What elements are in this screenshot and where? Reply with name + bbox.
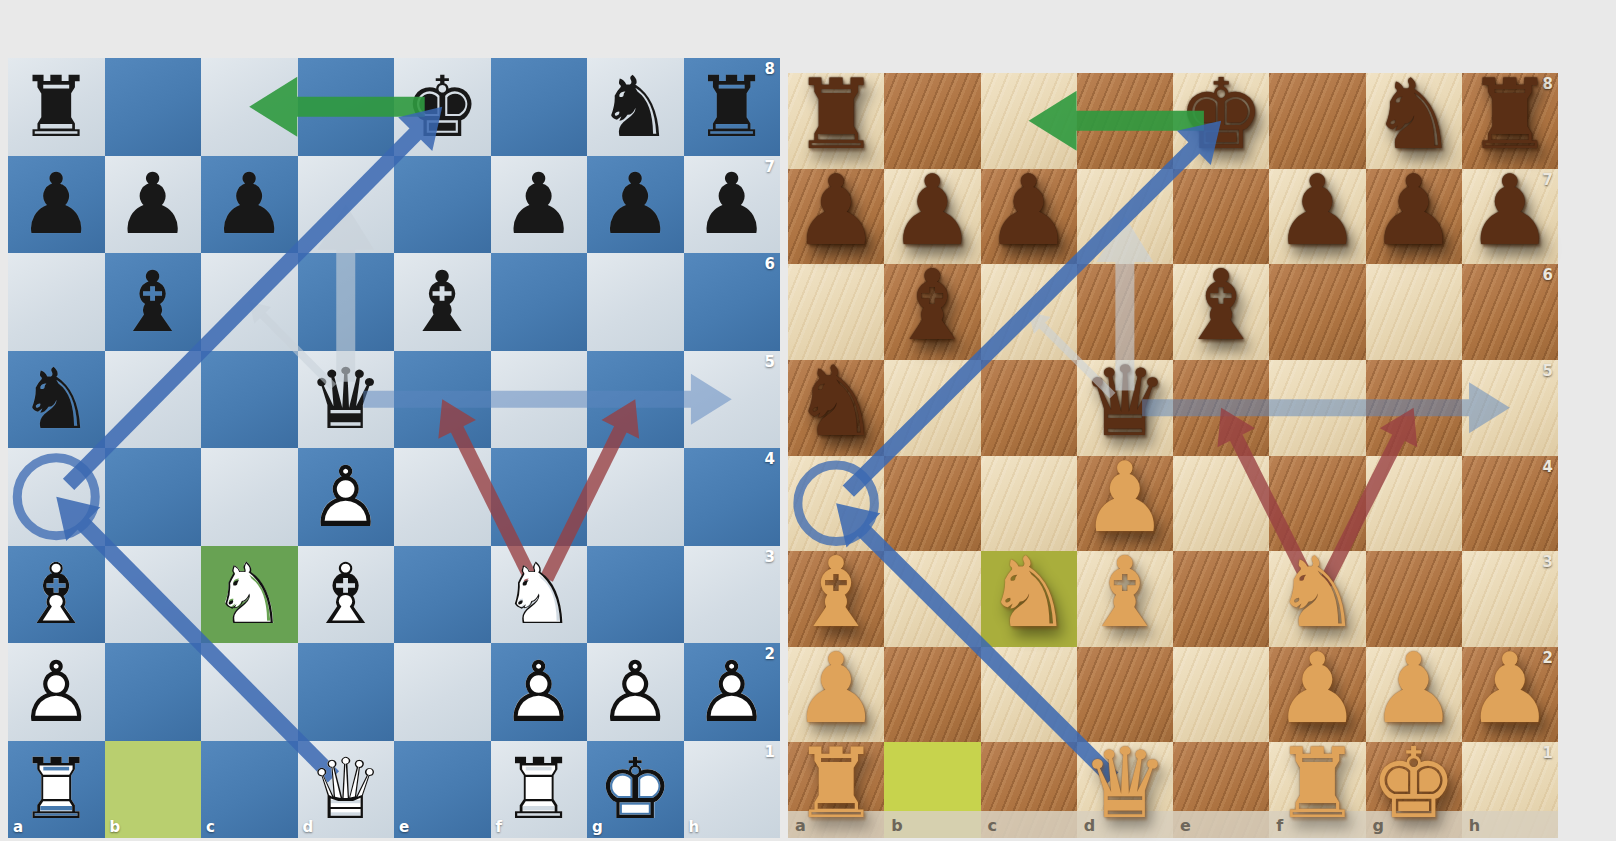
left-piece-bP-c7[interactable]: ♟ bbox=[201, 156, 298, 254]
left-square-c2[interactable] bbox=[201, 643, 298, 741]
left-rank-label-4: 4 bbox=[765, 452, 775, 467]
right-square-c5[interactable] bbox=[981, 360, 1077, 456]
right-square-b4[interactable] bbox=[884, 456, 980, 552]
left-square-e5[interactable] bbox=[394, 351, 491, 449]
left-file-label-e: e bbox=[399, 820, 409, 835]
left-square-c4[interactable] bbox=[201, 448, 298, 546]
right-piece-wR-f1[interactable]: ♜ bbox=[1269, 735, 1365, 831]
piece-fill: ♟ bbox=[694, 162, 769, 246]
piece-outline: ♙ bbox=[598, 650, 673, 734]
left-file-label-c: c bbox=[206, 820, 215, 835]
left-piece-bB-e6[interactable]: ♝ bbox=[394, 253, 491, 351]
right-piece-wK-g1[interactable]: ♚ bbox=[1366, 735, 1462, 831]
left-square-c5[interactable] bbox=[201, 351, 298, 449]
piece-fill: ♛ bbox=[308, 357, 383, 441]
right-piece-wP-a2[interactable]: ♟ bbox=[788, 640, 884, 736]
piece-glyph: ♟ bbox=[1370, 162, 1457, 259]
right-file-label-c: c bbox=[988, 818, 997, 834]
left-square-g4[interactable] bbox=[587, 448, 684, 546]
piece-outline: ♙ bbox=[308, 455, 383, 539]
piece-glyph: ♟ bbox=[793, 162, 880, 259]
right-piece-wB-a3[interactable]: ♝ bbox=[788, 544, 884, 640]
left-square-b8[interactable] bbox=[105, 58, 202, 156]
left-square-h1[interactable]: 1h bbox=[684, 741, 781, 839]
right-square-e3[interactable] bbox=[1173, 551, 1269, 647]
left-piece-wB-d3[interactable]: ♝♗ bbox=[298, 546, 395, 644]
left-square-d8[interactable] bbox=[298, 58, 395, 156]
right-piece-wP-h2[interactable]: ♟ bbox=[1462, 640, 1558, 736]
left-piece-bP-g7[interactable]: ♟ bbox=[587, 156, 684, 254]
left-square-c8[interactable] bbox=[201, 58, 298, 156]
left-square-e2[interactable] bbox=[394, 643, 491, 741]
left-square-f4[interactable] bbox=[491, 448, 588, 546]
right-square-g5[interactable] bbox=[1366, 360, 1462, 456]
right-rank-label-4: 4 bbox=[1543, 460, 1553, 475]
piece-glyph: ♝ bbox=[1178, 257, 1265, 354]
piece-glyph: ♝ bbox=[793, 544, 880, 641]
left-square-h5[interactable]: 5 bbox=[684, 351, 781, 449]
piece-fill: ♟ bbox=[19, 162, 94, 246]
piece-fill: ♟ bbox=[115, 162, 190, 246]
piece-outline: ♙ bbox=[694, 650, 769, 734]
right-file-label-b: b bbox=[891, 818, 902, 834]
right-square-d7[interactable] bbox=[1077, 169, 1173, 265]
left-square-h3[interactable]: 3 bbox=[684, 546, 781, 644]
left-square-f5[interactable] bbox=[491, 351, 588, 449]
piece-glyph: ♟ bbox=[1466, 640, 1553, 737]
left-square-f6[interactable] bbox=[491, 253, 588, 351]
right-square-c6[interactable] bbox=[981, 264, 1077, 360]
left-square-a4[interactable] bbox=[8, 448, 105, 546]
piece-fill: ♚ bbox=[405, 65, 480, 149]
right-square-e4[interactable] bbox=[1173, 456, 1269, 552]
right-piece-bP-c7[interactable]: ♟ bbox=[981, 162, 1077, 258]
piece-glyph: ♞ bbox=[1274, 544, 1361, 641]
piece-glyph: ♟ bbox=[985, 162, 1072, 259]
piece-fill: ♜ bbox=[694, 65, 769, 149]
left-square-d7[interactable] bbox=[298, 156, 395, 254]
right-rank-label-6: 6 bbox=[1543, 268, 1553, 283]
piece-glyph: ♜ bbox=[793, 735, 880, 832]
piece-glyph: ♜ bbox=[1274, 735, 1361, 832]
right-square-g4[interactable] bbox=[1366, 456, 1462, 552]
left-piece-bP-f7[interactable]: ♟ bbox=[491, 156, 588, 254]
left-piece-wR-a1[interactable]: ♜♖ bbox=[8, 741, 105, 839]
right-square-e2[interactable] bbox=[1173, 647, 1269, 743]
right-file-label-h: h bbox=[1469, 818, 1480, 834]
right-piece-wQ-d1[interactable]: ♛ bbox=[1077, 735, 1173, 831]
right-piece-bP-g7[interactable]: ♟ bbox=[1366, 162, 1462, 258]
left-square-e1[interactable]: e bbox=[394, 741, 491, 839]
piece-glyph: ♟ bbox=[1370, 640, 1457, 737]
right-piece-bR-a8[interactable]: ♜ bbox=[788, 66, 884, 162]
left-piece-bP-h7[interactable]: ♟ bbox=[684, 156, 781, 254]
left-square-b2[interactable] bbox=[105, 643, 202, 741]
right-piece-wB-d3[interactable]: ♝ bbox=[1077, 544, 1173, 640]
left-square-a6[interactable] bbox=[8, 253, 105, 351]
left-square-g5[interactable] bbox=[587, 351, 684, 449]
right-square-h5[interactable]: 5 bbox=[1462, 360, 1558, 456]
right-square-d8[interactable] bbox=[1077, 73, 1173, 169]
left-piece-wN-c3[interactable]: ♞♘ bbox=[201, 546, 298, 644]
piece-outline: ♙ bbox=[501, 650, 576, 734]
right-piece-bP-h7[interactable]: ♟ bbox=[1462, 162, 1558, 258]
piece-outline: ♗ bbox=[308, 552, 383, 636]
right-square-e5[interactable] bbox=[1173, 360, 1269, 456]
piece-outline: ♔ bbox=[598, 747, 673, 831]
left-square-e4[interactable] bbox=[394, 448, 491, 546]
left-square-c6[interactable] bbox=[201, 253, 298, 351]
piece-outline: ♘ bbox=[212, 552, 287, 636]
piece-glyph: ♟ bbox=[1274, 162, 1361, 259]
left-square-b1[interactable]: b bbox=[105, 741, 202, 839]
left-square-d6[interactable] bbox=[298, 253, 395, 351]
piece-fill: ♟ bbox=[598, 162, 673, 246]
right-rank-label-3: 3 bbox=[1543, 555, 1553, 570]
left-square-b5[interactable] bbox=[105, 351, 202, 449]
left-rank-label-5: 5 bbox=[765, 355, 775, 370]
page: { "game": "chess", "description": "Same … bbox=[0, 0, 1616, 841]
piece-glyph: ♚ bbox=[1178, 66, 1265, 163]
piece-fill: ♜ bbox=[19, 65, 94, 149]
piece-outline: ♕ bbox=[308, 747, 383, 831]
left-square-g6[interactable] bbox=[587, 253, 684, 351]
right-square-f5[interactable] bbox=[1269, 360, 1365, 456]
left-board: 8765432abcdefg1h♜♚♞♜♟♟♟♟♟♟♝♝♞♛♟♙♝♗♞♘♝♗♞♘… bbox=[8, 58, 780, 838]
left-piece-bB-b6[interactable]: ♝ bbox=[105, 253, 202, 351]
right-rank-label-1: 1 bbox=[1543, 746, 1553, 761]
right-square-h4[interactable]: 4 bbox=[1462, 456, 1558, 552]
piece-fill: ♞ bbox=[598, 65, 673, 149]
left-square-e3[interactable] bbox=[394, 546, 491, 644]
piece-glyph: ♜ bbox=[1466, 66, 1553, 163]
right-piece-bP-f7[interactable]: ♟ bbox=[1269, 162, 1365, 258]
left-square-d2[interactable] bbox=[298, 643, 395, 741]
left-rank-label-6: 6 bbox=[765, 257, 775, 272]
right-piece-wP-g2[interactable]: ♟ bbox=[1366, 640, 1462, 736]
left-square-b3[interactable] bbox=[105, 546, 202, 644]
right-piece-bQ-d5[interactable]: ♛ bbox=[1077, 353, 1173, 449]
right-piece-bB-e6[interactable]: ♝ bbox=[1173, 257, 1269, 353]
piece-fill: ♝ bbox=[405, 260, 480, 344]
piece-glyph: ♝ bbox=[1081, 544, 1168, 641]
piece-fill: ♟ bbox=[212, 162, 287, 246]
left-piece-wP-d4[interactable]: ♟♙ bbox=[298, 448, 395, 546]
piece-outline: ♖ bbox=[501, 747, 576, 831]
left-piece-bP-b7[interactable]: ♟ bbox=[105, 156, 202, 254]
left-piece-bK-e8[interactable]: ♚ bbox=[394, 58, 491, 156]
left-piece-wK-g1[interactable]: ♚♔ bbox=[587, 741, 684, 839]
piece-outline: ♘ bbox=[501, 552, 576, 636]
piece-fill: ♞ bbox=[19, 357, 94, 441]
left-piece-bR-h8[interactable]: ♜ bbox=[684, 58, 781, 156]
right-piece-wP-d4[interactable]: ♟ bbox=[1077, 449, 1173, 545]
left-square-h4[interactable]: 4 bbox=[684, 448, 781, 546]
left-square-g3[interactable] bbox=[587, 546, 684, 644]
piece-glyph: ♛ bbox=[1081, 735, 1168, 832]
right-file-label-e: e bbox=[1180, 818, 1191, 834]
piece-glyph: ♞ bbox=[985, 544, 1072, 641]
left-piece-bN-g8[interactable]: ♞ bbox=[587, 58, 684, 156]
piece-glyph: ♟ bbox=[1274, 640, 1361, 737]
piece-fill: ♝ bbox=[115, 260, 190, 344]
left-piece-wP-g2[interactable]: ♟♙ bbox=[587, 643, 684, 741]
piece-glyph: ♜ bbox=[793, 66, 880, 163]
piece-glyph: ♛ bbox=[1081, 353, 1168, 450]
right-piece-bK-e8[interactable]: ♚ bbox=[1173, 66, 1269, 162]
left-piece-wB-a3[interactable]: ♝♗ bbox=[8, 546, 105, 644]
left-piece-bP-a7[interactable]: ♟ bbox=[8, 156, 105, 254]
right-square-b2[interactable] bbox=[884, 647, 980, 743]
left-piece-wP-a2[interactable]: ♟♙ bbox=[8, 643, 105, 741]
piece-outline: ♖ bbox=[19, 747, 94, 831]
left-piece-wP-h2[interactable]: ♟♙ bbox=[684, 643, 781, 741]
right-piece-wP-f2[interactable]: ♟ bbox=[1269, 640, 1365, 736]
right-square-b5[interactable] bbox=[884, 360, 980, 456]
left-piece-wP-f2[interactable]: ♟♙ bbox=[491, 643, 588, 741]
piece-fill: ♟ bbox=[501, 162, 576, 246]
piece-outline: ♗ bbox=[19, 552, 94, 636]
right-piece-wN-f3[interactable]: ♞ bbox=[1269, 544, 1365, 640]
left-square-b4[interactable] bbox=[105, 448, 202, 546]
right-square-h6[interactable]: 6 bbox=[1462, 264, 1558, 360]
right-piece-bB-b6[interactable]: ♝ bbox=[884, 257, 980, 353]
piece-glyph: ♟ bbox=[1466, 162, 1553, 259]
left-square-f8[interactable] bbox=[491, 58, 588, 156]
left-square-h6[interactable]: 6 bbox=[684, 253, 781, 351]
piece-glyph: ♟ bbox=[889, 162, 976, 259]
right-piece-bP-b7[interactable]: ♟ bbox=[884, 162, 980, 258]
left-piece-wR-f1[interactable]: ♜♖ bbox=[491, 741, 588, 839]
left-file-label-h: h bbox=[689, 820, 700, 835]
left-piece-wQ-d1[interactable]: ♛♕ bbox=[298, 741, 395, 839]
left-rank-label-1: 1 bbox=[765, 745, 775, 760]
piece-glyph: ♚ bbox=[1370, 735, 1457, 832]
right-piece-wR-a1[interactable]: ♜ bbox=[788, 735, 884, 831]
left-piece-bN-a5[interactable]: ♞ bbox=[8, 351, 105, 449]
piece-outline: ♙ bbox=[19, 650, 94, 734]
right-piece-bR-h8[interactable]: ♜ bbox=[1462, 66, 1558, 162]
right-board: 87654321abcdefgh♜♚♞♜♟♟♟♟♟♟♝♝♞♛♟♝♞♝♞♟♟♟♟♜… bbox=[788, 73, 1558, 838]
right-square-f6[interactable] bbox=[1269, 264, 1365, 360]
right-piece-bN-g8[interactable]: ♞ bbox=[1366, 66, 1462, 162]
piece-glyph: ♞ bbox=[793, 353, 880, 450]
left-rank-label-3: 3 bbox=[765, 550, 775, 565]
piece-glyph: ♞ bbox=[1370, 66, 1457, 163]
piece-glyph: ♟ bbox=[1081, 449, 1168, 546]
right-piece-bP-a7[interactable]: ♟ bbox=[788, 162, 884, 258]
piece-glyph: ♝ bbox=[889, 257, 976, 354]
left-piece-wN-f3[interactable]: ♞♘ bbox=[491, 546, 588, 644]
left-piece-bR-a8[interactable]: ♜ bbox=[8, 58, 105, 156]
left-file-label-b: b bbox=[110, 820, 121, 835]
right-square-g6[interactable] bbox=[1366, 264, 1462, 360]
piece-glyph: ♟ bbox=[793, 640, 880, 737]
right-rank-label-5: 5 bbox=[1543, 364, 1553, 379]
right-square-c2[interactable] bbox=[981, 647, 1077, 743]
left-piece-bQ-d5[interactable]: ♛ bbox=[298, 351, 395, 449]
left-square-c1[interactable]: c bbox=[201, 741, 298, 839]
right-square-b3[interactable] bbox=[884, 551, 980, 647]
right-piece-wN-c3[interactable]: ♞ bbox=[981, 544, 1077, 640]
left-square-e7[interactable] bbox=[394, 156, 491, 254]
right-piece-bN-a5[interactable]: ♞ bbox=[788, 353, 884, 449]
